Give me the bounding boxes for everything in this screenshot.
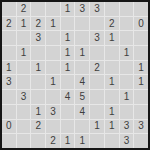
cell-r7c10[interactable]	[134, 90, 148, 104]
cell-r3c6[interactable]	[75, 31, 89, 45]
cell-r5c3-clue[interactable]: 1	[31, 61, 45, 75]
cell-r9c3-clue[interactable]: 2	[31, 120, 45, 134]
cell-r1c8[interactable]	[105, 2, 119, 16]
cell-r10c9-clue[interactable]: 3	[120, 134, 134, 148]
cell-r10c7[interactable]	[90, 134, 104, 148]
cell-r4c8[interactable]	[105, 46, 119, 60]
cell-r10c5-clue[interactable]: 1	[61, 134, 75, 148]
cell-r2c6[interactable]	[75, 17, 89, 31]
cell-r9c7-clue[interactable]: 1	[90, 120, 104, 134]
cell-r5c7-clue[interactable]: 2	[90, 61, 104, 75]
cell-r7c3[interactable]	[31, 90, 45, 104]
cell-r8c2[interactable]	[17, 105, 31, 119]
cell-r6c8-clue[interactable]: 1	[105, 75, 119, 89]
cell-r3c2[interactable]	[17, 31, 31, 45]
cell-r10c6-clue[interactable]: 1	[75, 134, 89, 148]
cell-r4c6-clue[interactable]: 1	[75, 46, 89, 60]
cell-r2c10-clue[interactable]: 0	[134, 17, 148, 31]
cell-r7c4[interactable]	[46, 90, 60, 104]
cell-r8c3-clue[interactable]: 1	[31, 105, 45, 119]
cell-r1c4[interactable]	[46, 2, 60, 16]
cell-r3c1[interactable]	[2, 31, 16, 45]
cell-r10c4-clue[interactable]: 2	[46, 134, 60, 148]
cell-r10c2[interactable]	[17, 134, 31, 148]
cell-r4c10[interactable]	[134, 46, 148, 60]
cell-r1c7-clue[interactable]: 3	[90, 2, 104, 16]
cell-r7c8[interactable]	[105, 90, 119, 104]
cell-r7c1[interactable]	[2, 90, 16, 104]
cell-r2c5[interactable]	[61, 17, 75, 31]
cell-r3c3-clue[interactable]: 3	[31, 31, 45, 45]
cell-r8c9[interactable]	[120, 105, 134, 119]
cell-r3c10[interactable]	[134, 31, 148, 45]
cell-r8c10[interactable]	[134, 105, 148, 119]
cell-r7c9-clue[interactable]: 1	[120, 90, 134, 104]
cell-r9c9-clue[interactable]: 3	[120, 120, 134, 134]
cell-r10c8[interactable]	[105, 134, 119, 148]
cell-r2c9[interactable]	[120, 17, 134, 31]
cell-r3c5-clue[interactable]: 1	[61, 31, 75, 45]
cell-r5c1-clue[interactable]: 1	[2, 61, 16, 75]
cell-r1c3[interactable]	[31, 2, 45, 16]
cell-r6c4-clue[interactable]: 1	[46, 75, 60, 89]
cell-r7c2-clue[interactable]: 3	[17, 90, 31, 104]
cell-r4c5-clue[interactable]: 1	[61, 46, 75, 60]
cell-r9c1-clue[interactable]: 0	[2, 120, 16, 134]
cell-r1c10[interactable]	[134, 2, 148, 16]
cell-r3c7-clue[interactable]: 3	[90, 31, 104, 45]
cell-r9c8-clue[interactable]: 1	[105, 120, 119, 134]
cell-r4c1[interactable]	[2, 46, 16, 60]
cell-r8c7[interactable]	[90, 105, 104, 119]
cell-r3c4[interactable]	[46, 31, 60, 45]
cell-r5c4[interactable]	[46, 61, 60, 75]
cell-r4c4[interactable]	[46, 46, 60, 60]
cell-r3c9[interactable]	[120, 31, 134, 45]
cell-r2c8-clue[interactable]: 2	[105, 17, 119, 31]
cell-r6c7[interactable]	[90, 75, 104, 89]
cell-r10c1[interactable]	[2, 134, 16, 148]
cell-r2c3-clue[interactable]: 2	[31, 17, 45, 31]
cell-r9c6[interactable]	[75, 120, 89, 134]
cell-r6c1-clue[interactable]: 3	[2, 75, 16, 89]
cell-r4c7[interactable]	[90, 46, 104, 60]
cell-r1c2-clue[interactable]: 2	[17, 2, 31, 16]
cell-r4c3[interactable]	[31, 46, 45, 60]
cell-r10c10[interactable]	[134, 134, 148, 148]
cell-r1c6-clue[interactable]: 3	[75, 2, 89, 16]
cell-r1c1[interactable]	[2, 2, 16, 16]
cell-r1c5-clue[interactable]: 1	[61, 2, 75, 16]
cell-r8c1[interactable]	[2, 105, 16, 119]
cell-r5c8[interactable]	[105, 61, 119, 75]
cell-r6c3[interactable]	[31, 75, 45, 89]
cell-r5c6[interactable]	[75, 61, 89, 75]
cell-r8c8-clue[interactable]: 1	[105, 105, 119, 119]
cell-r9c4[interactable]	[46, 120, 60, 134]
cell-r8c5[interactable]	[61, 105, 75, 119]
cell-r8c4-clue[interactable]: 3	[46, 105, 60, 119]
cell-r6c5[interactable]	[61, 75, 75, 89]
cell-r2c2-clue[interactable]: 1	[17, 17, 31, 31]
cell-r1c9[interactable]	[120, 2, 134, 16]
cell-r7c6-clue[interactable]: 5	[75, 90, 89, 104]
cell-r3c8-clue[interactable]: 1	[105, 31, 119, 45]
cell-r2c4-clue[interactable]: 1	[46, 17, 60, 31]
cell-r4c9-clue[interactable]: 1	[120, 46, 134, 60]
cell-r9c2[interactable]	[17, 120, 31, 134]
mosaic-board: 2133212120313111111112131411345113410211…	[0, 0, 150, 150]
cell-r4c2-clue[interactable]: 1	[17, 46, 31, 60]
cell-r5c5-clue[interactable]: 1	[61, 61, 75, 75]
cell-r6c10-clue[interactable]: 1	[134, 75, 148, 89]
cell-r5c9[interactable]	[120, 61, 134, 75]
cell-r5c10-clue[interactable]: 1	[134, 61, 148, 75]
cell-r7c7[interactable]	[90, 90, 104, 104]
cell-r8c6-clue[interactable]: 4	[75, 105, 89, 119]
cell-r5c2[interactable]	[17, 61, 31, 75]
cell-r6c9[interactable]	[120, 75, 134, 89]
cell-r2c1-clue[interactable]: 2	[2, 17, 16, 31]
cell-r10c3[interactable]	[31, 134, 45, 148]
cell-r9c5[interactable]	[61, 120, 75, 134]
cell-r7c5-clue[interactable]: 4	[61, 90, 75, 104]
cell-r9c10-clue[interactable]: 3	[134, 120, 148, 134]
cell-r6c2[interactable]	[17, 75, 31, 89]
cell-r6c6-clue[interactable]: 4	[75, 75, 89, 89]
cell-r2c7[interactable]	[90, 17, 104, 31]
